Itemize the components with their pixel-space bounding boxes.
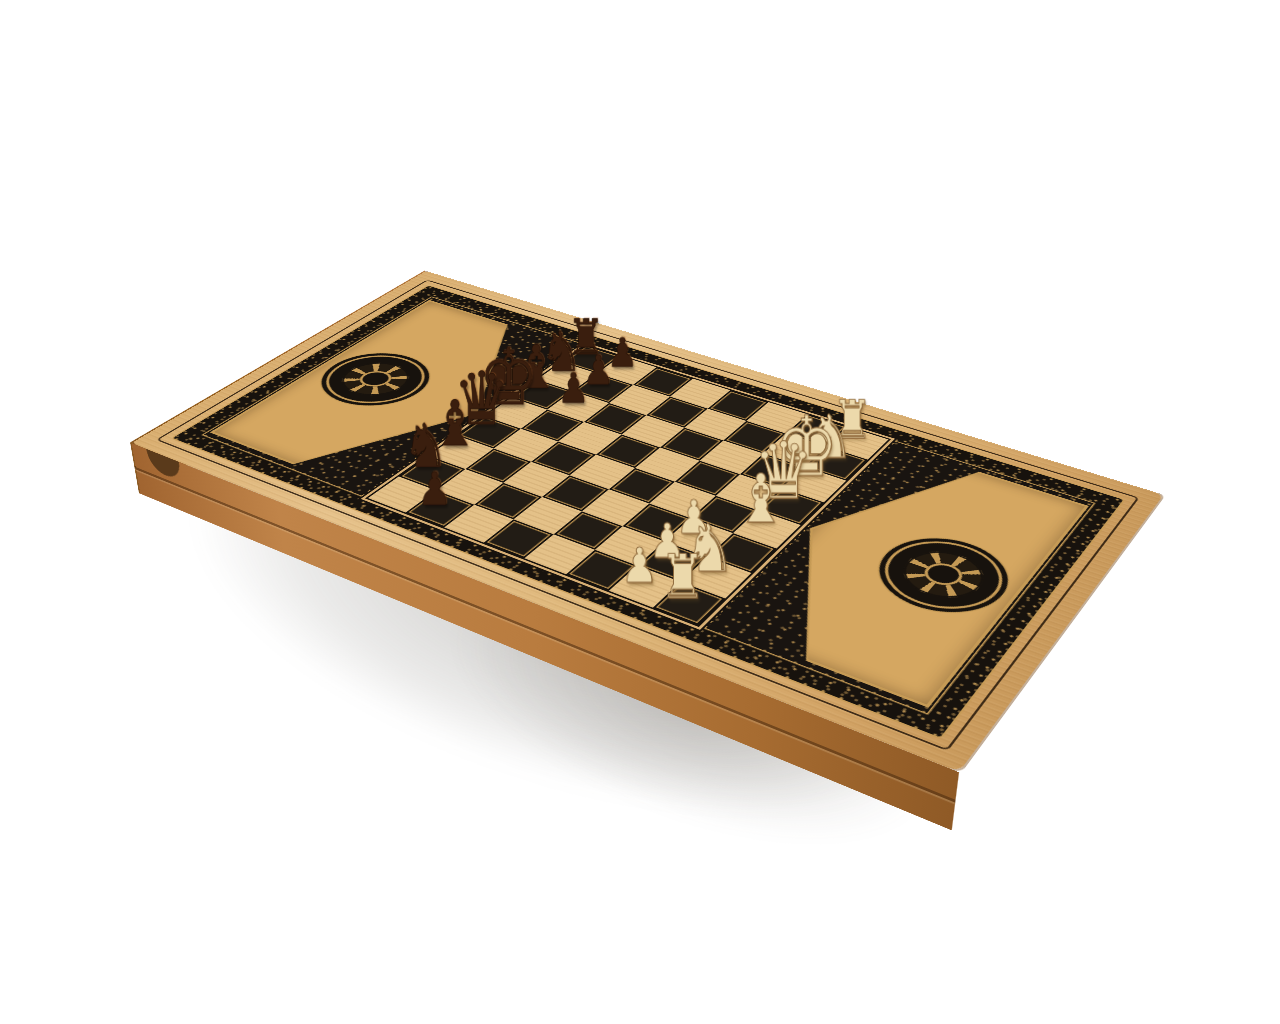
- right-rosette: [890, 543, 996, 606]
- black-pawn-glyph: ♟: [417, 467, 452, 510]
- product-photo-scene: ♜♞♝♚♛♝♞♟♟♟♟♜♞♚♛♝♟♟♞♟♜: [0, 0, 1280, 1024]
- white-pawn-glyph: ♟: [620, 543, 657, 589]
- white-rook-glyph: ♜: [659, 548, 705, 606]
- right-medallion: [869, 532, 1016, 620]
- white-bishop-glyph: ♝: [734, 467, 786, 531]
